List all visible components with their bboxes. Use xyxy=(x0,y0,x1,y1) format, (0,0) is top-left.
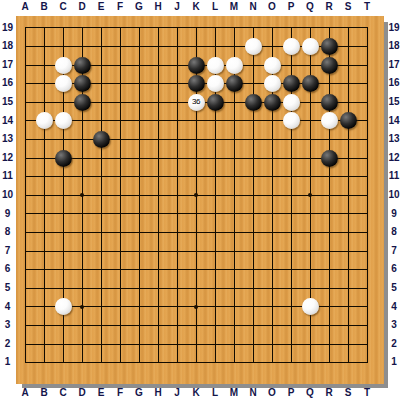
intersection-S3[interactable] xyxy=(339,316,358,335)
intersection-O2[interactable] xyxy=(263,335,282,354)
intersection-L4[interactable] xyxy=(206,298,225,317)
intersection-F16[interactable] xyxy=(111,74,130,93)
intersection-M2[interactable] xyxy=(225,335,244,354)
intersection-T11[interactable] xyxy=(358,167,377,186)
intersection-H8[interactable] xyxy=(149,223,168,242)
intersection-K16[interactable] xyxy=(187,74,206,93)
intersection-E15[interactable] xyxy=(92,93,111,112)
intersection-G13[interactable] xyxy=(130,130,149,149)
intersection-H6[interactable] xyxy=(149,260,168,279)
intersection-F7[interactable] xyxy=(111,242,130,261)
intersection-H16[interactable] xyxy=(149,74,168,93)
intersection-S6[interactable] xyxy=(339,260,358,279)
intersection-J12[interactable] xyxy=(168,149,187,168)
intersection-Q6[interactable] xyxy=(301,260,320,279)
intersection-F12[interactable] xyxy=(111,149,130,168)
intersection-J3[interactable] xyxy=(168,316,187,335)
intersection-F11[interactable] xyxy=(111,167,130,186)
intersection-D11[interactable] xyxy=(73,167,92,186)
intersection-M1[interactable] xyxy=(225,353,244,372)
intersection-P2[interactable] xyxy=(282,335,301,354)
intersection-H14[interactable] xyxy=(149,112,168,131)
intersection-F13[interactable] xyxy=(111,130,130,149)
intersection-S10[interactable] xyxy=(339,186,358,205)
intersection-D19[interactable] xyxy=(73,19,92,38)
intersection-B6[interactable] xyxy=(35,260,54,279)
intersection-R14[interactable] xyxy=(320,112,339,131)
intersection-R4[interactable] xyxy=(320,298,339,317)
intersection-T6[interactable] xyxy=(358,260,377,279)
intersection-B4[interactable] xyxy=(35,298,54,317)
intersection-Q12[interactable] xyxy=(301,149,320,168)
intersection-O12[interactable] xyxy=(263,149,282,168)
intersection-O3[interactable] xyxy=(263,316,282,335)
intersection-O8[interactable] xyxy=(263,223,282,242)
intersection-H19[interactable] xyxy=(149,19,168,38)
intersection-J4[interactable] xyxy=(168,298,187,317)
intersection-B1[interactable] xyxy=(35,353,54,372)
intersection-D17[interactable] xyxy=(73,56,92,75)
intersection-B15[interactable] xyxy=(35,93,54,112)
intersection-C3[interactable] xyxy=(54,316,73,335)
intersection-A9[interactable] xyxy=(16,205,35,224)
intersection-B12[interactable] xyxy=(35,149,54,168)
intersection-P19[interactable] xyxy=(282,19,301,38)
intersection-T9[interactable] xyxy=(358,205,377,224)
intersection-E17[interactable] xyxy=(92,56,111,75)
intersection-F14[interactable] xyxy=(111,112,130,131)
intersection-C7[interactable] xyxy=(54,242,73,261)
intersection-K6[interactable] xyxy=(187,260,206,279)
intersection-C10[interactable] xyxy=(54,186,73,205)
intersection-D5[interactable] xyxy=(73,279,92,298)
intersection-A15[interactable] xyxy=(16,93,35,112)
intersection-D18[interactable] xyxy=(73,37,92,56)
intersection-D9[interactable] xyxy=(73,205,92,224)
intersection-B5[interactable] xyxy=(35,279,54,298)
intersection-N1[interactable] xyxy=(244,353,263,372)
intersection-S15[interactable] xyxy=(339,93,358,112)
intersection-E19[interactable] xyxy=(92,19,111,38)
intersection-M11[interactable] xyxy=(225,167,244,186)
intersection-K3[interactable] xyxy=(187,316,206,335)
intersection-G7[interactable] xyxy=(130,242,149,261)
intersection-O19[interactable] xyxy=(263,19,282,38)
intersection-H10[interactable] xyxy=(149,186,168,205)
intersection-K10[interactable] xyxy=(187,186,206,205)
intersection-Q11[interactable] xyxy=(301,167,320,186)
intersection-A16[interactable] xyxy=(16,74,35,93)
intersection-E18[interactable] xyxy=(92,37,111,56)
intersection-S11[interactable] xyxy=(339,167,358,186)
intersection-S16[interactable] xyxy=(339,74,358,93)
intersection-P14[interactable] xyxy=(282,112,301,131)
intersection-A18[interactable] xyxy=(16,37,35,56)
intersection-C19[interactable] xyxy=(54,19,73,38)
intersection-N10[interactable] xyxy=(244,186,263,205)
intersection-M16[interactable] xyxy=(225,74,244,93)
intersection-P4[interactable] xyxy=(282,298,301,317)
intersection-S18[interactable] xyxy=(339,37,358,56)
intersection-L6[interactable] xyxy=(206,260,225,279)
intersection-C1[interactable] xyxy=(54,353,73,372)
intersection-Q1[interactable] xyxy=(301,353,320,372)
intersection-R6[interactable] xyxy=(320,260,339,279)
intersection-J15[interactable] xyxy=(168,93,187,112)
intersection-K13[interactable] xyxy=(187,130,206,149)
intersection-C2[interactable] xyxy=(54,335,73,354)
intersection-C18[interactable] xyxy=(54,37,73,56)
intersection-F8[interactable] xyxy=(111,223,130,242)
intersection-O9[interactable] xyxy=(263,205,282,224)
intersection-N17[interactable] xyxy=(244,56,263,75)
intersection-E1[interactable] xyxy=(92,353,111,372)
intersection-L10[interactable] xyxy=(206,186,225,205)
intersection-F2[interactable] xyxy=(111,335,130,354)
intersection-S7[interactable] xyxy=(339,242,358,261)
intersection-A6[interactable] xyxy=(16,260,35,279)
intersection-A5[interactable] xyxy=(16,279,35,298)
intersection-L19[interactable] xyxy=(206,19,225,38)
intersection-F3[interactable] xyxy=(111,316,130,335)
intersection-K12[interactable] xyxy=(187,149,206,168)
intersection-N6[interactable] xyxy=(244,260,263,279)
intersection-F15[interactable] xyxy=(111,93,130,112)
intersection-S13[interactable] xyxy=(339,130,358,149)
intersection-L18[interactable] xyxy=(206,37,225,56)
intersection-D3[interactable] xyxy=(73,316,92,335)
intersection-E3[interactable] xyxy=(92,316,111,335)
intersection-S9[interactable] xyxy=(339,205,358,224)
intersection-S19[interactable] xyxy=(339,19,358,38)
intersection-H15[interactable] xyxy=(149,93,168,112)
intersection-L8[interactable] xyxy=(206,223,225,242)
intersection-B7[interactable] xyxy=(35,242,54,261)
intersection-B19[interactable] xyxy=(35,19,54,38)
intersection-O11[interactable] xyxy=(263,167,282,186)
intersection-M7[interactable] xyxy=(225,242,244,261)
intersection-E13[interactable] xyxy=(92,130,111,149)
intersection-A10[interactable] xyxy=(16,186,35,205)
intersection-Q9[interactable] xyxy=(301,205,320,224)
intersection-K15[interactable]: 36 xyxy=(187,93,206,112)
intersection-K8[interactable] xyxy=(187,223,206,242)
intersection-G15[interactable] xyxy=(130,93,149,112)
intersection-G10[interactable] xyxy=(130,186,149,205)
intersection-M4[interactable] xyxy=(225,298,244,317)
intersection-F1[interactable] xyxy=(111,353,130,372)
intersection-H4[interactable] xyxy=(149,298,168,317)
intersection-O16[interactable] xyxy=(263,74,282,93)
intersection-F10[interactable] xyxy=(111,186,130,205)
intersection-C11[interactable] xyxy=(54,167,73,186)
intersection-E6[interactable] xyxy=(92,260,111,279)
intersection-E2[interactable] xyxy=(92,335,111,354)
intersection-O14[interactable] xyxy=(263,112,282,131)
intersection-F6[interactable] xyxy=(111,260,130,279)
intersection-T15[interactable] xyxy=(358,93,377,112)
intersection-S2[interactable] xyxy=(339,335,358,354)
intersection-M18[interactable] xyxy=(225,37,244,56)
intersection-G11[interactable] xyxy=(130,167,149,186)
intersection-D4[interactable] xyxy=(73,298,92,317)
intersection-A14[interactable] xyxy=(16,112,35,131)
intersection-G3[interactable] xyxy=(130,316,149,335)
intersection-P10[interactable] xyxy=(282,186,301,205)
intersection-G4[interactable] xyxy=(130,298,149,317)
intersection-K5[interactable] xyxy=(187,279,206,298)
intersection-T12[interactable] xyxy=(358,149,377,168)
intersection-C15[interactable] xyxy=(54,93,73,112)
intersection-F18[interactable] xyxy=(111,37,130,56)
intersection-T2[interactable] xyxy=(358,335,377,354)
intersection-G8[interactable] xyxy=(130,223,149,242)
intersection-J13[interactable] xyxy=(168,130,187,149)
intersection-C12[interactable] xyxy=(54,149,73,168)
intersection-T18[interactable] xyxy=(358,37,377,56)
intersection-K14[interactable] xyxy=(187,112,206,131)
intersection-R7[interactable] xyxy=(320,242,339,261)
intersection-E4[interactable] xyxy=(92,298,111,317)
intersection-R12[interactable] xyxy=(320,149,339,168)
intersection-N7[interactable] xyxy=(244,242,263,261)
intersection-D13[interactable] xyxy=(73,130,92,149)
intersection-B11[interactable] xyxy=(35,167,54,186)
intersection-R17[interactable] xyxy=(320,56,339,75)
intersection-A19[interactable] xyxy=(16,19,35,38)
intersection-R9[interactable] xyxy=(320,205,339,224)
intersection-D8[interactable] xyxy=(73,223,92,242)
intersection-Q19[interactable] xyxy=(301,19,320,38)
intersection-T5[interactable] xyxy=(358,279,377,298)
intersection-M15[interactable] xyxy=(225,93,244,112)
intersection-O4[interactable] xyxy=(263,298,282,317)
intersection-G6[interactable] xyxy=(130,260,149,279)
intersection-M12[interactable] xyxy=(225,149,244,168)
intersection-S14[interactable] xyxy=(339,112,358,131)
intersection-P11[interactable] xyxy=(282,167,301,186)
intersection-M8[interactable] xyxy=(225,223,244,242)
intersection-P1[interactable] xyxy=(282,353,301,372)
intersection-R16[interactable] xyxy=(320,74,339,93)
intersection-L17[interactable] xyxy=(206,56,225,75)
intersection-R13[interactable] xyxy=(320,130,339,149)
intersection-K17[interactable] xyxy=(187,56,206,75)
intersection-M14[interactable] xyxy=(225,112,244,131)
intersection-C4[interactable] xyxy=(54,298,73,317)
intersection-T4[interactable] xyxy=(358,298,377,317)
intersection-K9[interactable] xyxy=(187,205,206,224)
intersection-N18[interactable] xyxy=(244,37,263,56)
intersection-J6[interactable] xyxy=(168,260,187,279)
intersection-N13[interactable] xyxy=(244,130,263,149)
intersection-N2[interactable] xyxy=(244,335,263,354)
intersection-E5[interactable] xyxy=(92,279,111,298)
intersection-A8[interactable] xyxy=(16,223,35,242)
intersection-J9[interactable] xyxy=(168,205,187,224)
intersection-A11[interactable] xyxy=(16,167,35,186)
intersection-T1[interactable] xyxy=(358,353,377,372)
intersection-L12[interactable] xyxy=(206,149,225,168)
intersection-R5[interactable] xyxy=(320,279,339,298)
intersection-N4[interactable] xyxy=(244,298,263,317)
intersection-C14[interactable] xyxy=(54,112,73,131)
intersection-D2[interactable] xyxy=(73,335,92,354)
intersection-K19[interactable] xyxy=(187,19,206,38)
intersection-B14[interactable] xyxy=(35,112,54,131)
intersection-O10[interactable] xyxy=(263,186,282,205)
intersection-T7[interactable] xyxy=(358,242,377,261)
intersection-H7[interactable] xyxy=(149,242,168,261)
intersection-P13[interactable] xyxy=(282,130,301,149)
intersection-A12[interactable] xyxy=(16,149,35,168)
intersection-O5[interactable] xyxy=(263,279,282,298)
intersection-D10[interactable] xyxy=(73,186,92,205)
intersection-C16[interactable] xyxy=(54,74,73,93)
intersection-O1[interactable] xyxy=(263,353,282,372)
intersection-C5[interactable] xyxy=(54,279,73,298)
intersection-G9[interactable] xyxy=(130,205,149,224)
intersection-F4[interactable] xyxy=(111,298,130,317)
intersection-S8[interactable] xyxy=(339,223,358,242)
intersection-J17[interactable] xyxy=(168,56,187,75)
intersection-A3[interactable] xyxy=(16,316,35,335)
intersection-H9[interactable] xyxy=(149,205,168,224)
intersection-K4[interactable] xyxy=(187,298,206,317)
intersection-N11[interactable] xyxy=(244,167,263,186)
intersection-T13[interactable] xyxy=(358,130,377,149)
intersection-T3[interactable] xyxy=(358,316,377,335)
intersection-H11[interactable] xyxy=(149,167,168,186)
intersection-P16[interactable] xyxy=(282,74,301,93)
intersection-J16[interactable] xyxy=(168,74,187,93)
intersection-C17[interactable] xyxy=(54,56,73,75)
intersection-A17[interactable] xyxy=(16,56,35,75)
intersection-K7[interactable] xyxy=(187,242,206,261)
intersection-F5[interactable] xyxy=(111,279,130,298)
intersection-P17[interactable] xyxy=(282,56,301,75)
intersection-B18[interactable] xyxy=(35,37,54,56)
intersection-R11[interactable] xyxy=(320,167,339,186)
intersection-S5[interactable] xyxy=(339,279,358,298)
intersection-E16[interactable] xyxy=(92,74,111,93)
intersection-Q4[interactable] xyxy=(301,298,320,317)
intersection-D14[interactable] xyxy=(73,112,92,131)
intersection-R15[interactable] xyxy=(320,93,339,112)
intersection-P18[interactable] xyxy=(282,37,301,56)
intersection-D16[interactable] xyxy=(73,74,92,93)
intersection-Q15[interactable] xyxy=(301,93,320,112)
intersection-G19[interactable] xyxy=(130,19,149,38)
intersection-T17[interactable] xyxy=(358,56,377,75)
intersection-A2[interactable] xyxy=(16,335,35,354)
intersection-A1[interactable] xyxy=(16,353,35,372)
intersection-H2[interactable] xyxy=(149,335,168,354)
intersection-F17[interactable] xyxy=(111,56,130,75)
intersection-Q16[interactable] xyxy=(301,74,320,93)
intersection-C13[interactable] xyxy=(54,130,73,149)
intersection-T14[interactable] xyxy=(358,112,377,131)
intersection-L2[interactable] xyxy=(206,335,225,354)
intersection-N8[interactable] xyxy=(244,223,263,242)
intersection-P15[interactable] xyxy=(282,93,301,112)
intersection-G5[interactable] xyxy=(130,279,149,298)
intersection-L11[interactable] xyxy=(206,167,225,186)
intersection-G14[interactable] xyxy=(130,112,149,131)
intersection-G12[interactable] xyxy=(130,149,149,168)
intersection-M3[interactable] xyxy=(225,316,244,335)
intersection-A4[interactable] xyxy=(16,298,35,317)
intersection-B2[interactable] xyxy=(35,335,54,354)
intersection-D6[interactable] xyxy=(73,260,92,279)
intersection-H17[interactable] xyxy=(149,56,168,75)
intersection-H1[interactable] xyxy=(149,353,168,372)
intersection-B13[interactable] xyxy=(35,130,54,149)
intersection-A13[interactable] xyxy=(16,130,35,149)
intersection-Q10[interactable] xyxy=(301,186,320,205)
intersection-Q14[interactable] xyxy=(301,112,320,131)
intersection-H13[interactable] xyxy=(149,130,168,149)
intersection-O7[interactable] xyxy=(263,242,282,261)
intersection-Q18[interactable] xyxy=(301,37,320,56)
intersection-Q17[interactable] xyxy=(301,56,320,75)
intersection-J14[interactable] xyxy=(168,112,187,131)
intersection-M10[interactable] xyxy=(225,186,244,205)
intersection-J11[interactable] xyxy=(168,167,187,186)
intersection-G18[interactable] xyxy=(130,37,149,56)
intersection-E10[interactable] xyxy=(92,186,111,205)
intersection-H18[interactable] xyxy=(149,37,168,56)
intersection-H5[interactable] xyxy=(149,279,168,298)
intersection-B17[interactable] xyxy=(35,56,54,75)
intersection-R19[interactable] xyxy=(320,19,339,38)
intersection-F9[interactable] xyxy=(111,205,130,224)
intersection-S4[interactable] xyxy=(339,298,358,317)
intersection-Q5[interactable] xyxy=(301,279,320,298)
intersection-C6[interactable] xyxy=(54,260,73,279)
intersection-K18[interactable] xyxy=(187,37,206,56)
intersection-E12[interactable] xyxy=(92,149,111,168)
intersection-L13[interactable] xyxy=(206,130,225,149)
intersection-M17[interactable] xyxy=(225,56,244,75)
intersection-N12[interactable] xyxy=(244,149,263,168)
intersection-K1[interactable] xyxy=(187,353,206,372)
intersection-R3[interactable] xyxy=(320,316,339,335)
intersection-D15[interactable] xyxy=(73,93,92,112)
intersection-S1[interactable] xyxy=(339,353,358,372)
intersection-L15[interactable] xyxy=(206,93,225,112)
intersection-O13[interactable] xyxy=(263,130,282,149)
intersection-N5[interactable] xyxy=(244,279,263,298)
intersection-N14[interactable] xyxy=(244,112,263,131)
intersection-J2[interactable] xyxy=(168,335,187,354)
intersection-N9[interactable] xyxy=(244,205,263,224)
intersection-S12[interactable] xyxy=(339,149,358,168)
intersection-J10[interactable] xyxy=(168,186,187,205)
intersection-L9[interactable] xyxy=(206,205,225,224)
intersection-B10[interactable] xyxy=(35,186,54,205)
intersection-M5[interactable] xyxy=(225,279,244,298)
intersection-J8[interactable] xyxy=(168,223,187,242)
intersection-D1[interactable] xyxy=(73,353,92,372)
intersection-N15[interactable] xyxy=(244,93,263,112)
intersection-R1[interactable] xyxy=(320,353,339,372)
intersection-P9[interactable] xyxy=(282,205,301,224)
intersection-M9[interactable] xyxy=(225,205,244,224)
intersection-K2[interactable] xyxy=(187,335,206,354)
intersection-L5[interactable] xyxy=(206,279,225,298)
intersection-M6[interactable] xyxy=(225,260,244,279)
